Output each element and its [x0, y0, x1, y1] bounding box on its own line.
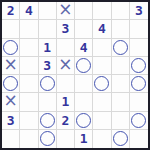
cell-r8c8[interactable] — [130, 130, 148, 148]
cell-r1c7[interactable] — [112, 2, 130, 20]
cell-r3c8[interactable] — [130, 39, 148, 57]
cell-r7c3[interactable] — [39, 112, 57, 130]
cell-r1c2: 4 — [20, 2, 38, 20]
cell-r4c1[interactable]: × — [2, 57, 20, 75]
circle-mark-icon — [131, 58, 146, 73]
cell-r5c3[interactable] — [39, 75, 57, 93]
cell-r5c8[interactable] — [130, 75, 148, 93]
cell-r5c5[interactable] — [75, 75, 93, 93]
cell-r2c7[interactable] — [112, 20, 130, 38]
cell-r5c7[interactable] — [112, 75, 130, 93]
clue-number: 4 — [25, 4, 33, 17]
cell-r6c7[interactable] — [112, 93, 130, 111]
clue-number: 3 — [43, 59, 51, 72]
cell-r6c6[interactable] — [93, 93, 111, 111]
circle-mark-icon — [40, 76, 55, 91]
cell-r6c4: 1 — [57, 93, 75, 111]
cell-r2c1[interactable] — [2, 20, 20, 38]
cell-r3c3: 1 — [39, 39, 57, 57]
circle-mark-icon — [131, 113, 146, 128]
circle-mark-icon — [3, 76, 18, 91]
clue-number: 4 — [98, 22, 106, 35]
clue-number: 3 — [135, 4, 143, 17]
cell-r4c4[interactable]: × — [57, 57, 75, 75]
cell-r7c1: 3 — [2, 112, 20, 130]
circle-mark-icon — [40, 131, 55, 146]
cell-r1c6[interactable] — [93, 2, 111, 20]
cell-r7c2[interactable] — [20, 112, 38, 130]
cell-r7c7[interactable] — [112, 112, 130, 130]
clue-number: 2 — [61, 114, 69, 127]
cell-r5c4[interactable] — [57, 75, 75, 93]
cell-r7c5[interactable] — [75, 112, 93, 130]
cell-r6c1[interactable]: × — [2, 93, 20, 111]
cell-r8c2[interactable] — [20, 130, 38, 148]
circle-mark-icon — [113, 131, 128, 146]
cell-r2c5[interactable] — [75, 20, 93, 38]
cell-r2c2[interactable] — [20, 20, 38, 38]
cell-r1c5[interactable] — [75, 2, 93, 20]
cell-r4c2[interactable] — [20, 57, 38, 75]
circle-mark-icon — [76, 113, 91, 128]
cell-r3c4[interactable] — [57, 39, 75, 57]
x-mark-icon: × — [4, 57, 18, 73]
clue-number: 1 — [61, 95, 69, 108]
circle-mark-icon — [113, 40, 128, 55]
cell-r1c4[interactable]: × — [57, 2, 75, 20]
cell-r6c5[interactable] — [75, 93, 93, 111]
cell-r5c2[interactable] — [20, 75, 38, 93]
puzzle-board: 24×33414×3××1321 — [0, 0, 150, 150]
cell-r2c4: 3 — [57, 20, 75, 38]
cell-r8c3[interactable] — [39, 130, 57, 148]
cell-r2c6: 4 — [93, 20, 111, 38]
cell-r5c6[interactable] — [93, 75, 111, 93]
circle-mark-icon — [94, 76, 109, 91]
cell-r3c5: 4 — [75, 39, 93, 57]
cell-r8c7[interactable] — [112, 130, 130, 148]
circle-mark-icon — [131, 76, 146, 91]
cell-r8c5: 1 — [75, 130, 93, 148]
clue-number: 1 — [80, 132, 88, 145]
cell-r8c6[interactable] — [93, 130, 111, 148]
circle-mark-icon — [76, 58, 91, 73]
cell-r2c3[interactable] — [39, 20, 57, 38]
cell-r4c7[interactable] — [112, 57, 130, 75]
cell-r8c4[interactable] — [57, 130, 75, 148]
cell-r7c8[interactable] — [130, 112, 148, 130]
cell-r3c2[interactable] — [20, 39, 38, 57]
cell-r6c3[interactable] — [39, 93, 57, 111]
cell-r7c4: 2 — [57, 112, 75, 130]
clue-number: 2 — [7, 4, 15, 17]
clue-number: 4 — [80, 41, 88, 54]
cell-r3c6[interactable] — [93, 39, 111, 57]
x-mark-icon: × — [58, 57, 72, 73]
cell-r7c6[interactable] — [93, 112, 111, 130]
cell-r6c8[interactable] — [130, 93, 148, 111]
cell-r5c1[interactable] — [2, 75, 20, 93]
x-mark-icon: × — [58, 2, 72, 18]
cell-r4c3: 3 — [39, 57, 57, 75]
cell-r1c3[interactable] — [39, 2, 57, 20]
cell-r4c5[interactable] — [75, 57, 93, 75]
circle-mark-icon — [40, 113, 55, 128]
clue-number: 1 — [43, 41, 51, 54]
circle-mark-icon — [3, 40, 18, 55]
cell-r2c8[interactable] — [130, 20, 148, 38]
cell-r3c1[interactable] — [2, 39, 20, 57]
cell-r1c8: 3 — [130, 2, 148, 20]
cell-r8c1[interactable] — [2, 130, 20, 148]
cell-r6c2[interactable] — [20, 93, 38, 111]
clue-number: 3 — [61, 22, 69, 35]
cell-r3c7[interactable] — [112, 39, 130, 57]
cell-r1c1: 2 — [2, 2, 20, 20]
x-mark-icon: × — [4, 93, 18, 109]
cell-r4c8[interactable] — [130, 57, 148, 75]
cell-r4c6[interactable] — [93, 57, 111, 75]
clue-number: 3 — [7, 114, 15, 127]
